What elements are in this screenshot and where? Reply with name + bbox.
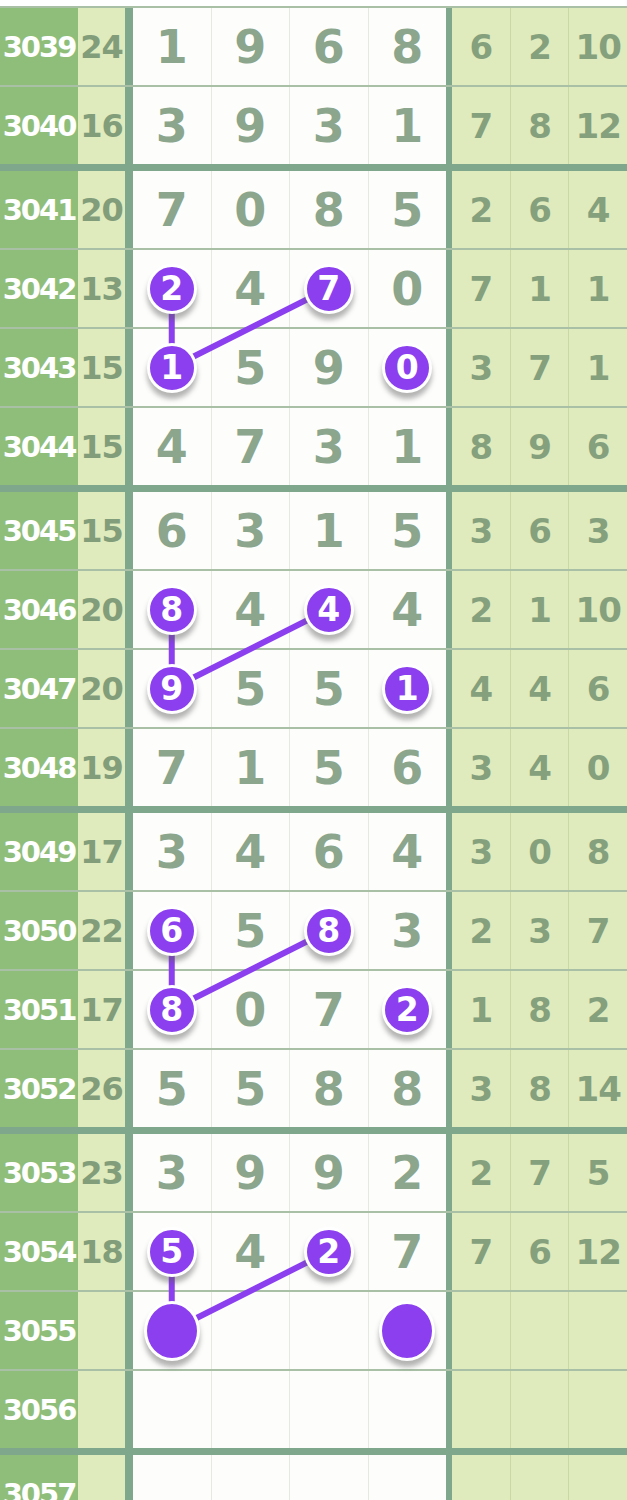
stat-cell: 5 <box>569 1134 627 1211</box>
digit-cells-group: 7 1 5 6 <box>125 729 452 806</box>
trend-pick-marker[interactable]: 6 <box>147 906 197 956</box>
digit-cell[interactable]: 4 <box>369 571 447 648</box>
solid-pick-marker[interactable] <box>379 1301 435 1361</box>
digit-cell[interactable] <box>133 1292 212 1369</box>
stat-cell: 3 <box>452 1050 511 1127</box>
digit-cell[interactable]: 0 <box>212 171 291 248</box>
sum-value-cell: 15 <box>78 492 125 569</box>
stat-cell: 12 <box>569 87 627 164</box>
draw-number-cell: 3047 <box>0 650 78 727</box>
digit-cell[interactable]: 8 <box>369 1050 447 1127</box>
stat-cells-group: 3 0 8 <box>452 813 627 890</box>
table-row: 3057 <box>0 1455 627 1500</box>
digit-cell[interactable] <box>212 1292 291 1369</box>
digit-cell[interactable]: 8 <box>133 571 212 648</box>
digit-cell[interactable]: 0 <box>369 250 447 327</box>
draw-number-cell: 3043 <box>0 329 78 406</box>
trend-pick-marker[interactable]: 7 <box>304 264 354 314</box>
trend-pick-marker[interactable]: 2 <box>382 985 432 1035</box>
digit-cell[interactable]: 3 <box>369 892 447 969</box>
digit-cell[interactable]: 4 <box>212 813 291 890</box>
digit-cells-group: 4 7 3 1 <box>125 408 452 485</box>
trend-pick-marker[interactable]: 5 <box>147 1227 197 1277</box>
draw-number-cell: 3055 <box>0 1292 78 1369</box>
stat-cell: 7 <box>511 1134 570 1211</box>
digit-cell[interactable]: 6 <box>133 492 212 569</box>
digit-cell[interactable]: 5 <box>133 1050 212 1127</box>
table-row: 3053 23 3 9 9 2 2 7 5 <box>0 1134 627 1213</box>
table-row: 3047 20 9 5 5 1 4 4 6 <box>0 650 627 729</box>
digit-cells-group: 9 5 5 1 <box>125 650 452 727</box>
solid-pick-marker[interactable] <box>144 1301 200 1361</box>
digit-cells-group <box>125 1455 452 1500</box>
stat-cell: 8 <box>452 408 511 485</box>
digit-cell[interactable]: 3 <box>133 1134 212 1211</box>
table-row: 3054 18 5 4 2 7 7 6 12 <box>0 1213 627 1292</box>
draw-number-cell: 3054 <box>0 1213 78 1290</box>
stat-cells-group: 7 8 12 <box>452 87 627 164</box>
digit-cell[interactable] <box>212 1371 291 1448</box>
digit-cell[interactable]: 4 <box>133 408 212 485</box>
digit-cells-group <box>125 1292 452 1369</box>
sum-value-cell: 23 <box>78 1134 125 1211</box>
stat-cell: 6 <box>569 408 627 485</box>
stat-cell: 6 <box>452 8 511 85</box>
trend-chart-rows: 3039 24 1 9 6 8 6 2 10 3040 16 3 9 3 1 7… <box>0 0 627 1500</box>
digit-cell[interactable]: 5 <box>212 650 291 727</box>
stat-cell: 7 <box>452 250 511 327</box>
draw-number-cell: 3042 <box>0 250 78 327</box>
stat-cell: 3 <box>511 892 570 969</box>
digit-cells-group: 6 5 8 3 <box>125 892 452 969</box>
stat-cells-group: 7 1 1 <box>452 250 627 327</box>
draw-number-cell: 3057 <box>0 1455 78 1500</box>
digit-cell[interactable]: 2 <box>369 1134 447 1211</box>
stat-cell: 8 <box>511 971 570 1048</box>
digit-cell[interactable] <box>369 1455 447 1500</box>
digit-cell[interactable] <box>290 1292 369 1369</box>
table-row: 3050 22 6 5 8 3 2 3 7 <box>0 892 627 971</box>
digit-cells-group <box>125 1371 452 1448</box>
table-row: 3039 24 1 9 6 8 6 2 10 <box>0 8 627 87</box>
digit-cell[interactable]: 1 <box>369 87 447 164</box>
draw-number-cell: 3044 <box>0 408 78 485</box>
draw-number-cell: 3040 <box>0 87 78 164</box>
digit-cell[interactable]: 4 <box>212 1213 291 1290</box>
digit-cell[interactable] <box>212 1455 291 1500</box>
digit-cell[interactable]: 5 <box>290 729 369 806</box>
digit-cell[interactable] <box>133 1371 212 1448</box>
stat-cell: 1 <box>511 571 570 648</box>
stat-cell: 3 <box>452 492 511 569</box>
stat-cell: 6 <box>569 650 627 727</box>
table-row: 3046 20 8 4 4 4 2 1 10 <box>0 571 627 650</box>
stat-cell <box>511 1455 570 1500</box>
stat-cell: 2 <box>452 571 511 648</box>
digit-cell[interactable]: 5 <box>369 492 447 569</box>
stat-cells-group: 2 1 10 <box>452 571 627 648</box>
draw-number-cell: 3053 <box>0 1134 78 1211</box>
sum-value-cell: 18 <box>78 1213 125 1290</box>
digit-cell[interactable]: 3 <box>133 813 212 890</box>
stat-cell: 7 <box>569 892 627 969</box>
stat-cell: 2 <box>511 8 570 85</box>
digit-cell[interactable]: 1 <box>369 650 447 727</box>
sum-value-cell: 20 <box>78 650 125 727</box>
stat-cells-group: 3 8 14 <box>452 1050 627 1127</box>
digit-cell[interactable]: 9 <box>212 8 291 85</box>
stat-cell: 4 <box>511 729 570 806</box>
stat-cell: 12 <box>569 1213 627 1290</box>
stat-cell: 8 <box>511 87 570 164</box>
draw-number-cell: 3051 <box>0 971 78 1048</box>
table-row: 3042 13 2 4 7 0 7 1 1 <box>0 250 627 329</box>
stat-cell: 3 <box>452 813 511 890</box>
digit-cell[interactable]: 5 <box>212 329 291 406</box>
digit-cell[interactable]: 2 <box>133 250 212 327</box>
sum-value-cell: 16 <box>78 87 125 164</box>
trend-pick-marker[interactable]: 1 <box>147 343 197 393</box>
stat-cell <box>569 1455 627 1500</box>
table-row: 3052 26 5 5 8 8 3 8 14 <box>0 1050 627 1134</box>
stat-cell: 3 <box>569 492 627 569</box>
stat-cells-group: 7 6 12 <box>452 1213 627 1290</box>
stat-cell: 4 <box>452 650 511 727</box>
digit-cell[interactable]: 4 <box>212 571 291 648</box>
stat-cell: 6 <box>511 492 570 569</box>
stat-cells-group: 4 4 6 <box>452 650 627 727</box>
digit-cell[interactable] <box>290 1455 369 1500</box>
trend-pick-marker[interactable]: 2 <box>304 1227 354 1277</box>
table-row: 3044 15 4 7 3 1 8 9 6 <box>0 408 627 492</box>
digit-cell[interactable]: 6 <box>290 813 369 890</box>
table-row: 3043 15 1 5 9 0 3 7 1 <box>0 329 627 408</box>
draw-number-cell: 3048 <box>0 729 78 806</box>
sum-value-cell: 20 <box>78 171 125 248</box>
digit-cell[interactable] <box>290 1371 369 1448</box>
stat-cell: 3 <box>452 329 511 406</box>
draw-number-cell: 3039 <box>0 8 78 85</box>
trend-pick-marker[interactable]: 8 <box>147 585 197 635</box>
stat-cell: 10 <box>569 571 627 648</box>
digit-cell[interactable]: 2 <box>369 971 447 1048</box>
trend-pick-marker[interactable]: 8 <box>147 985 197 1035</box>
digit-cell[interactable]: 8 <box>290 171 369 248</box>
digit-cells-group: 5 4 2 7 <box>125 1213 452 1290</box>
digit-cell[interactable]: 6 <box>290 8 369 85</box>
draw-number-cell: 3041 <box>0 171 78 248</box>
digit-cells-group: 6 3 1 5 <box>125 492 452 569</box>
digit-cell[interactable]: 1 <box>212 729 291 806</box>
sum-value-cell: 17 <box>78 971 125 1048</box>
stat-cells-group: 8 9 6 <box>452 408 627 485</box>
draw-number-cell: 3050 <box>0 892 78 969</box>
digit-cell[interactable]: 9 <box>290 1134 369 1211</box>
sum-value-cell <box>78 1455 125 1500</box>
stat-cell: 6 <box>511 171 570 248</box>
trend-chart: 3039 24 1 9 6 8 6 2 10 3040 16 3 9 3 1 7… <box>0 0 627 1500</box>
stat-cell: 2 <box>452 1134 511 1211</box>
digit-cell[interactable]: 5 <box>212 892 291 969</box>
trend-pick-marker[interactable]: 2 <box>147 264 197 314</box>
sum-value-cell: 20 <box>78 571 125 648</box>
stat-cell <box>452 1455 511 1500</box>
stat-cells-group <box>452 1292 627 1369</box>
stat-cell: 3 <box>452 729 511 806</box>
stat-cell: 1 <box>569 329 627 406</box>
sum-value-cell: 19 <box>78 729 125 806</box>
table-row: 3041 20 7 0 8 5 2 6 4 <box>0 171 627 250</box>
stat-cells-group: 3 6 3 <box>452 492 627 569</box>
stat-cell: 7 <box>452 1213 511 1290</box>
digit-cell[interactable]: 9 <box>212 87 291 164</box>
stat-cell <box>511 1371 570 1448</box>
digit-cell[interactable]: 7 <box>369 1213 447 1290</box>
digit-cell[interactable]: 3 <box>133 87 212 164</box>
table-row: 3040 16 3 9 3 1 7 8 12 <box>0 87 627 171</box>
table-row: 3048 19 7 1 5 6 3 4 0 <box>0 729 627 813</box>
stat-cell: 0 <box>569 729 627 806</box>
draw-number-cell: 3045 <box>0 492 78 569</box>
stat-cell: 6 <box>511 1213 570 1290</box>
digit-cell[interactable]: 1 <box>290 492 369 569</box>
stat-cell: 2 <box>452 892 511 969</box>
draw-number-cell: 3052 <box>0 1050 78 1127</box>
stat-cell: 4 <box>511 650 570 727</box>
digit-cell[interactable]: 4 <box>369 813 447 890</box>
stat-cell: 1 <box>511 250 570 327</box>
stat-cell: 2 <box>452 171 511 248</box>
digit-cells-group: 3 4 6 4 <box>125 813 452 890</box>
digit-cells-group: 3 9 3 1 <box>125 87 452 164</box>
sum-value-cell: 13 <box>78 250 125 327</box>
digit-cell[interactable]: 4 <box>212 250 291 327</box>
table-row: 3051 17 8 0 7 2 1 8 2 <box>0 971 627 1050</box>
digit-cell[interactable]: 5 <box>369 171 447 248</box>
digit-cells-group: 8 0 7 2 <box>125 971 452 1048</box>
digit-cell[interactable]: 7 <box>212 408 291 485</box>
digit-cell[interactable]: 8 <box>133 971 212 1048</box>
trend-pick-marker[interactable]: 8 <box>304 906 354 956</box>
stat-cells-group: 2 6 4 <box>452 171 627 248</box>
sum-value-cell <box>78 1371 125 1448</box>
stat-cells-group: 6 2 10 <box>452 8 627 85</box>
stat-cell: 8 <box>511 1050 570 1127</box>
stat-cell: 4 <box>569 171 627 248</box>
stat-cell <box>569 1292 627 1369</box>
table-row: 3049 17 3 4 6 4 3 0 8 <box>0 813 627 892</box>
stat-cell: 7 <box>452 87 511 164</box>
draw-number-cell: 3056 <box>0 1371 78 1448</box>
digit-cell[interactable]: 9 <box>290 329 369 406</box>
digit-cell[interactable]: 7 <box>290 250 369 327</box>
stat-cell: 7 <box>511 329 570 406</box>
trend-pick-marker[interactable]: 0 <box>382 343 432 393</box>
digit-cell[interactable]: 9 <box>133 650 212 727</box>
sum-value-cell: 26 <box>78 1050 125 1127</box>
digit-cell[interactable]: 3 <box>212 492 291 569</box>
digit-cells-group: 5 5 8 8 <box>125 1050 452 1127</box>
digit-cells-group: 1 9 6 8 <box>125 8 452 85</box>
stat-cell: 9 <box>511 408 570 485</box>
digit-cell[interactable]: 3 <box>290 87 369 164</box>
digit-cells-group: 7 0 8 5 <box>125 171 452 248</box>
stat-cell: 10 <box>569 8 627 85</box>
digit-cell[interactable]: 5 <box>212 1050 291 1127</box>
digit-cell[interactable]: 6 <box>133 892 212 969</box>
digit-cells-group: 2 4 7 0 <box>125 250 452 327</box>
digit-cell[interactable]: 4 <box>290 571 369 648</box>
stat-cells-group: 3 7 1 <box>452 329 627 406</box>
stat-cells-group: 2 7 5 <box>452 1134 627 1211</box>
stat-cell <box>452 1371 511 1448</box>
stat-cell: 1 <box>569 250 627 327</box>
stat-cells-group: 1 8 2 <box>452 971 627 1048</box>
sum-value-cell: 24 <box>78 8 125 85</box>
stat-cell <box>511 1292 570 1369</box>
stat-cells-group <box>452 1455 627 1500</box>
digit-cells-group: 1 5 9 0 <box>125 329 452 406</box>
stat-cell: 14 <box>569 1050 627 1127</box>
stat-cell <box>452 1292 511 1369</box>
sum-value-cell: 15 <box>78 408 125 485</box>
trend-pick-marker[interactable]: 1 <box>382 664 432 714</box>
sum-value-cell: 17 <box>78 813 125 890</box>
table-row: 3056 <box>0 1371 627 1455</box>
digit-cell[interactable]: 5 <box>133 1213 212 1290</box>
sum-value-cell: 15 <box>78 329 125 406</box>
digit-cell[interactable]: 8 <box>290 892 369 969</box>
digit-cell[interactable]: 0 <box>369 329 447 406</box>
digit-cell[interactable]: 9 <box>212 1134 291 1211</box>
digit-cell[interactable]: 0 <box>212 971 291 1048</box>
digit-cell[interactable]: 8 <box>369 8 447 85</box>
trend-pick-marker[interactable]: 9 <box>147 664 197 714</box>
digit-cell[interactable]: 1 <box>133 8 212 85</box>
digit-cell[interactable] <box>369 1371 447 1448</box>
stat-cells-group: 3 4 0 <box>452 729 627 806</box>
sum-value-cell <box>78 1292 125 1369</box>
stat-cell: 1 <box>452 971 511 1048</box>
digit-cell[interactable]: 5 <box>290 650 369 727</box>
stat-cell: 0 <box>511 813 570 890</box>
stat-cell <box>569 1371 627 1448</box>
digit-cell[interactable] <box>133 1455 212 1500</box>
stat-cells-group: 2 3 7 <box>452 892 627 969</box>
digit-cells-group: 8 4 4 4 <box>125 571 452 648</box>
digit-cell[interactable]: 1 <box>133 329 212 406</box>
trend-pick-marker[interactable]: 4 <box>304 585 354 635</box>
digit-cell[interactable]: 6 <box>369 729 447 806</box>
stat-cell: 2 <box>569 971 627 1048</box>
table-row <box>0 0 627 8</box>
digit-cell[interactable]: 3 <box>290 408 369 485</box>
draw-number-cell: 3049 <box>0 813 78 890</box>
digit-cell[interactable]: 1 <box>369 408 447 485</box>
digit-cell[interactable] <box>369 1292 447 1369</box>
digit-cell[interactable]: 7 <box>133 729 212 806</box>
draw-number-cell: 3046 <box>0 571 78 648</box>
digit-cell[interactable]: 7 <box>133 171 212 248</box>
table-row: 3055 <box>0 1292 627 1371</box>
digit-cell[interactable]: 8 <box>290 1050 369 1127</box>
table-row: 3045 15 6 3 1 5 3 6 3 <box>0 492 627 571</box>
digit-cell[interactable]: 2 <box>290 1213 369 1290</box>
digit-cell[interactable]: 7 <box>290 971 369 1048</box>
stat-cell: 8 <box>569 813 627 890</box>
digit-cells-group: 3 9 9 2 <box>125 1134 452 1211</box>
stat-cells-group <box>452 1371 627 1448</box>
sum-value-cell: 22 <box>78 892 125 969</box>
